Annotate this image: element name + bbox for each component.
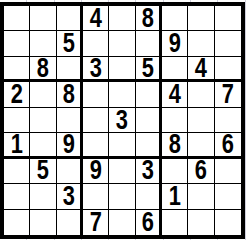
cell-digit: 9 xyxy=(90,159,102,184)
cell-r8c6[interactable] xyxy=(136,184,162,209)
cell-r5c2[interactable] xyxy=(30,108,56,133)
cell-digit: 5 xyxy=(141,57,153,82)
cell-digit: 9 xyxy=(62,133,74,158)
cell-r8c2[interactable] xyxy=(30,184,56,209)
cell-r4c3[interactable]: 8 xyxy=(57,82,83,107)
sudoku-board: 4859835428473198659363176 xyxy=(0,2,245,239)
cell-r7c4[interactable]: 9 xyxy=(83,159,109,184)
cell-r5c7[interactable] xyxy=(162,108,188,133)
cell-digit: 4 xyxy=(195,57,207,82)
cell-r9c3[interactable] xyxy=(57,210,83,235)
cell-r7c5[interactable] xyxy=(109,159,135,184)
cell-r2c7[interactable]: 9 xyxy=(162,31,188,56)
cell-r2c6[interactable] xyxy=(136,31,162,56)
cell-r5c8[interactable] xyxy=(188,108,214,133)
cell-r4c7[interactable]: 4 xyxy=(162,82,188,107)
cell-digit: 6 xyxy=(141,210,153,235)
cell-digit: 5 xyxy=(37,159,49,184)
cell-digit: 8 xyxy=(37,57,49,82)
cell-r2c8[interactable] xyxy=(188,31,214,56)
cell-r1c1[interactable] xyxy=(4,6,30,31)
cell-r3c5[interactable] xyxy=(109,57,135,82)
cell-r6c1[interactable]: 1 xyxy=(4,133,30,158)
cell-r6c8[interactable] xyxy=(188,133,214,158)
cell-r9c2[interactable] xyxy=(30,210,56,235)
cell-r2c9[interactable] xyxy=(215,31,241,56)
cell-r8c8[interactable] xyxy=(188,184,214,209)
cell-digit: 3 xyxy=(62,184,74,209)
cell-r7c9[interactable] xyxy=(215,159,241,184)
cell-r2c1[interactable] xyxy=(4,31,30,56)
cell-r9c1[interactable] xyxy=(4,210,30,235)
cell-digit: 6 xyxy=(195,159,207,184)
cell-r7c2[interactable]: 5 xyxy=(30,159,56,184)
cell-r7c8[interactable]: 6 xyxy=(188,159,214,184)
cell-r8c1[interactable] xyxy=(4,184,30,209)
cell-r4c9[interactable]: 7 xyxy=(215,82,241,107)
cell-r7c1[interactable] xyxy=(4,159,30,184)
cell-r1c6[interactable]: 8 xyxy=(136,6,162,31)
cell-r1c9[interactable] xyxy=(215,6,241,31)
cell-r3c9[interactable] xyxy=(215,57,241,82)
cell-digit: 8 xyxy=(62,82,74,107)
cell-r6c7[interactable]: 8 xyxy=(162,133,188,158)
cell-digit: 8 xyxy=(169,133,181,158)
cell-r4c8[interactable] xyxy=(188,82,214,107)
cell-r5c6[interactable] xyxy=(136,108,162,133)
cell-r2c4[interactable] xyxy=(83,31,109,56)
cell-digit: 3 xyxy=(116,108,128,133)
cell-r9c4[interactable]: 7 xyxy=(83,210,109,235)
cell-r5c9[interactable] xyxy=(215,108,241,133)
cell-r3c1[interactable] xyxy=(4,57,30,82)
cell-r6c4[interactable] xyxy=(83,133,109,158)
cell-r4c4[interactable] xyxy=(83,82,109,107)
cell-r8c4[interactable] xyxy=(83,184,109,209)
cell-digit: 3 xyxy=(141,159,153,184)
cell-r2c3[interactable]: 5 xyxy=(57,31,83,56)
cell-r6c6[interactable] xyxy=(136,133,162,158)
cell-r3c4[interactable]: 3 xyxy=(83,57,109,82)
cell-r1c8[interactable] xyxy=(188,6,214,31)
cell-r5c5[interactable]: 3 xyxy=(109,108,135,133)
cell-r1c4[interactable]: 4 xyxy=(83,6,109,31)
cell-r9c7[interactable] xyxy=(162,210,188,235)
cell-r7c7[interactable] xyxy=(162,159,188,184)
cell-r2c2[interactable] xyxy=(30,31,56,56)
cell-r1c2[interactable] xyxy=(30,6,56,31)
cell-r6c3[interactable]: 9 xyxy=(57,133,83,158)
cell-r4c1[interactable]: 2 xyxy=(4,82,30,107)
cell-r9c6[interactable]: 6 xyxy=(136,210,162,235)
cell-r9c9[interactable] xyxy=(215,210,241,235)
cell-r9c8[interactable] xyxy=(188,210,214,235)
cell-digit: 3 xyxy=(90,57,102,82)
sudoku-page: 4859835428473198659363176 xyxy=(0,0,246,240)
cell-r1c5[interactable] xyxy=(109,6,135,31)
cell-r3c2[interactable]: 8 xyxy=(30,57,56,82)
cell-r3c6[interactable]: 5 xyxy=(136,57,162,82)
cell-digit: 4 xyxy=(169,82,181,107)
cell-digit: 7 xyxy=(90,210,102,235)
cell-r6c2[interactable] xyxy=(30,133,56,158)
cell-r8c5[interactable] xyxy=(109,184,135,209)
cell-r9c5[interactable] xyxy=(109,210,135,235)
cell-r7c3[interactable] xyxy=(57,159,83,184)
cell-r8c7[interactable]: 1 xyxy=(162,184,188,209)
cell-r4c6[interactable] xyxy=(136,82,162,107)
cell-r6c9[interactable]: 6 xyxy=(215,133,241,158)
cell-digit: 2 xyxy=(11,82,23,107)
cell-r3c3[interactable] xyxy=(57,57,83,82)
cell-digit: 1 xyxy=(11,133,23,158)
cell-r3c7[interactable] xyxy=(162,57,188,82)
cell-digit: 4 xyxy=(90,6,102,31)
cell-r1c7[interactable] xyxy=(162,6,188,31)
cell-r8c9[interactable] xyxy=(215,184,241,209)
cell-digit: 7 xyxy=(222,82,234,107)
cell-digit: 8 xyxy=(141,6,153,31)
cell-r7c6[interactable]: 3 xyxy=(136,159,162,184)
cell-digit: 6 xyxy=(222,133,234,158)
cell-r4c5[interactable] xyxy=(109,82,135,107)
cell-r5c3[interactable] xyxy=(57,108,83,133)
cell-r8c3[interactable]: 3 xyxy=(57,184,83,209)
cell-r4c2[interactable] xyxy=(30,82,56,107)
cell-r5c4[interactable] xyxy=(83,108,109,133)
cell-r1c3[interactable] xyxy=(57,6,83,31)
cell-r2c5[interactable] xyxy=(109,31,135,56)
cell-digit: 5 xyxy=(62,31,74,56)
cell-r5c1[interactable] xyxy=(4,108,30,133)
cell-r6c5[interactable] xyxy=(109,133,135,158)
cell-r3c8[interactable]: 4 xyxy=(188,57,214,82)
cell-digit: 9 xyxy=(169,31,181,56)
cell-digit: 1 xyxy=(169,184,181,209)
